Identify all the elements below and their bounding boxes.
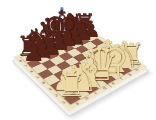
background-blue-orange-object: [26, 30, 35, 40]
board-grid: [21, 30, 139, 104]
background-blue-object: [59, 7, 63, 15]
chessboard: 87654321 abcdefgh: [13, 26, 148, 111]
photo-stage: wooden folding chess set, pieces in star…: [0, 0, 156, 120]
